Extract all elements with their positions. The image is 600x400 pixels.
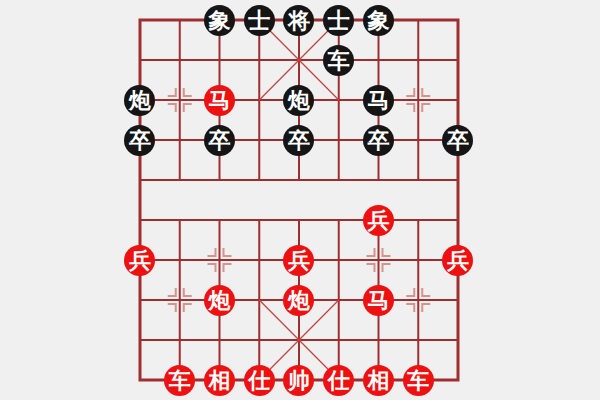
piece-red-general[interactable]: 帅 — [283, 365, 314, 396]
piece-black-general[interactable]: 将 — [283, 5, 314, 36]
piece-black-soldier[interactable]: 卒 — [204, 125, 235, 156]
piece-red-chariot[interactable]: 车 — [403, 365, 434, 396]
piece-red-advisor[interactable]: 仕 — [244, 365, 275, 396]
pieces-grid: 象士将士象车炮马炮马卒卒卒卒卒兵兵兵兵炮炮马车相仕帅仕相车 — [120, 0, 478, 400]
piece-red-soldier[interactable]: 兵 — [363, 205, 394, 236]
piece-black-soldier[interactable]: 卒 — [363, 125, 394, 156]
piece-red-cannon[interactable]: 炮 — [283, 285, 314, 316]
piece-red-horse[interactable]: 马 — [204, 85, 235, 116]
piece-red-horse[interactable]: 马 — [363, 285, 394, 316]
piece-black-soldier[interactable]: 卒 — [442, 125, 473, 156]
piece-red-advisor[interactable]: 仕 — [323, 365, 354, 396]
piece-black-elephant[interactable]: 象 — [363, 5, 394, 36]
piece-red-soldier[interactable]: 兵 — [124, 245, 155, 276]
piece-red-soldier[interactable]: 兵 — [283, 245, 314, 276]
piece-red-elephant[interactable]: 相 — [363, 365, 394, 396]
piece-black-horse[interactable]: 马 — [363, 85, 394, 116]
piece-black-advisor[interactable]: 士 — [323, 5, 354, 36]
xiangqi-diagram: 象士将士象车炮马炮马卒卒卒卒卒兵兵兵兵炮炮马车相仕帅仕相车 — [0, 0, 600, 400]
piece-red-cannon[interactable]: 炮 — [204, 285, 235, 316]
piece-black-chariot[interactable]: 车 — [323, 45, 354, 76]
piece-black-soldier[interactable]: 卒 — [124, 125, 155, 156]
piece-black-cannon[interactable]: 炮 — [124, 85, 155, 116]
piece-black-cannon[interactable]: 炮 — [283, 85, 314, 116]
piece-black-soldier[interactable]: 卒 — [283, 125, 314, 156]
piece-red-soldier[interactable]: 兵 — [442, 245, 473, 276]
piece-black-advisor[interactable]: 士 — [244, 5, 275, 36]
piece-red-elephant[interactable]: 相 — [204, 365, 235, 396]
piece-red-chariot[interactable]: 车 — [164, 365, 195, 396]
piece-black-elephant[interactable]: 象 — [204, 5, 235, 36]
